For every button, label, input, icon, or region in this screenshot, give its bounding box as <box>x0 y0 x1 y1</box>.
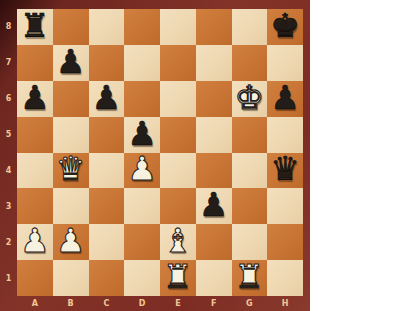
piece-white-king[interactable]: ♚ <box>235 81 265 114</box>
square-a4[interactable] <box>17 153 53 189</box>
piece-black-king[interactable]: ♚ <box>270 9 300 42</box>
square-g2[interactable] <box>232 224 268 260</box>
square-g3[interactable] <box>232 188 268 224</box>
rank-label-7: 7 <box>0 45 17 81</box>
rank-label-3: 3 <box>0 188 17 224</box>
square-c2[interactable] <box>89 224 125 260</box>
square-g5[interactable] <box>232 117 268 153</box>
square-b8[interactable] <box>53 9 89 45</box>
square-d3[interactable] <box>124 188 160 224</box>
square-a8[interactable]: ♜ <box>17 9 53 45</box>
piece-white-queen[interactable]: ♛ <box>56 152 86 185</box>
square-e3[interactable] <box>160 188 196 224</box>
square-b1[interactable] <box>53 260 89 296</box>
rank-label-4: 4 <box>0 153 17 189</box>
square-b3[interactable] <box>53 188 89 224</box>
square-d7[interactable] <box>124 45 160 81</box>
square-d1[interactable] <box>124 260 160 296</box>
piece-white-pawn[interactable]: ♟ <box>56 224 86 257</box>
square-f5[interactable] <box>196 117 232 153</box>
square-g4[interactable] <box>232 153 268 189</box>
file-label-g: G <box>232 296 268 311</box>
square-d6[interactable] <box>124 81 160 117</box>
square-e1[interactable]: ♜ <box>160 260 196 296</box>
square-h1[interactable] <box>267 260 303 296</box>
square-h2[interactable] <box>267 224 303 260</box>
square-b7[interactable]: ♟ <box>53 45 89 81</box>
square-h8[interactable]: ♚ <box>267 9 303 45</box>
square-c8[interactable] <box>89 9 125 45</box>
square-b6[interactable] <box>53 81 89 117</box>
square-f1[interactable] <box>196 260 232 296</box>
square-a7[interactable] <box>17 45 53 81</box>
piece-black-pawn[interactable]: ♟ <box>56 45 86 78</box>
piece-white-rook[interactable]: ♜ <box>163 260 193 293</box>
square-c7[interactable] <box>89 45 125 81</box>
rank-coordinate-labels: 87654321 <box>0 9 17 296</box>
square-g7[interactable] <box>232 45 268 81</box>
rank-label-6: 6 <box>0 81 17 117</box>
piece-white-bishop[interactable]: ♝ <box>163 224 193 257</box>
chess-board-frame: 87654321 ABCDEFGH ♜♚♟♟♟♚♟♟♛♟♛♟♟♟♝♜♜ <box>0 0 310 311</box>
file-label-f: F <box>196 296 232 311</box>
square-f4[interactable] <box>196 153 232 189</box>
piece-white-rook[interactable]: ♜ <box>235 260 265 293</box>
file-label-a: A <box>17 296 53 311</box>
square-d5[interactable]: ♟ <box>124 117 160 153</box>
file-label-b: B <box>53 296 89 311</box>
square-h3[interactable] <box>267 188 303 224</box>
square-f2[interactable] <box>196 224 232 260</box>
square-a2[interactable]: ♟ <box>17 224 53 260</box>
square-f8[interactable] <box>196 9 232 45</box>
file-label-c: C <box>89 296 125 311</box>
square-e4[interactable] <box>160 153 196 189</box>
square-c6[interactable]: ♟ <box>89 81 125 117</box>
square-e2[interactable]: ♝ <box>160 224 196 260</box>
piece-black-queen[interactable]: ♛ <box>270 152 300 185</box>
square-f7[interactable] <box>196 45 232 81</box>
square-g8[interactable] <box>232 9 268 45</box>
file-label-h: H <box>267 296 303 311</box>
square-a6[interactable]: ♟ <box>17 81 53 117</box>
chess-board: ♜♚♟♟♟♚♟♟♛♟♛♟♟♟♝♜♜ <box>17 9 303 296</box>
piece-white-pawn[interactable]: ♟ <box>127 152 157 185</box>
piece-white-pawn[interactable]: ♟ <box>20 224 50 257</box>
rank-label-8: 8 <box>0 9 17 45</box>
piece-black-pawn[interactable]: ♟ <box>270 81 300 114</box>
square-b5[interactable] <box>53 117 89 153</box>
square-h7[interactable] <box>267 45 303 81</box>
square-d2[interactable] <box>124 224 160 260</box>
square-d4[interactable]: ♟ <box>124 153 160 189</box>
square-d8[interactable] <box>124 9 160 45</box>
piece-black-pawn[interactable]: ♟ <box>127 117 157 150</box>
square-a3[interactable] <box>17 188 53 224</box>
file-label-e: E <box>160 296 196 311</box>
piece-black-pawn[interactable]: ♟ <box>20 81 50 114</box>
piece-black-rook[interactable]: ♜ <box>20 9 50 42</box>
file-coordinate-labels: ABCDEFGH <box>17 296 303 311</box>
square-h5[interactable] <box>267 117 303 153</box>
rank-label-1: 1 <box>0 260 17 296</box>
piece-black-pawn[interactable]: ♟ <box>92 81 122 114</box>
square-e6[interactable] <box>160 81 196 117</box>
square-c3[interactable] <box>89 188 125 224</box>
square-g1[interactable]: ♜ <box>232 260 268 296</box>
square-c1[interactable] <box>89 260 125 296</box>
square-h4[interactable]: ♛ <box>267 153 303 189</box>
square-e5[interactable] <box>160 117 196 153</box>
square-h6[interactable]: ♟ <box>267 81 303 117</box>
square-f3[interactable]: ♟ <box>196 188 232 224</box>
piece-black-pawn[interactable]: ♟ <box>199 188 229 221</box>
square-g6[interactable]: ♚ <box>232 81 268 117</box>
square-e7[interactable] <box>160 45 196 81</box>
square-c5[interactable] <box>89 117 125 153</box>
square-a1[interactable] <box>17 260 53 296</box>
rank-label-2: 2 <box>0 224 17 260</box>
rank-label-5: 5 <box>0 117 17 153</box>
square-b2[interactable]: ♟ <box>53 224 89 260</box>
square-f6[interactable] <box>196 81 232 117</box>
square-a5[interactable] <box>17 117 53 153</box>
square-e8[interactable] <box>160 9 196 45</box>
square-c4[interactable] <box>89 153 125 189</box>
square-b4[interactable]: ♛ <box>53 153 89 189</box>
page: 87654321 ABCDEFGH ♜♚♟♟♟♚♟♟♛♟♛♟♟♟♝♜♜ <box>0 0 414 311</box>
file-label-d: D <box>124 296 160 311</box>
